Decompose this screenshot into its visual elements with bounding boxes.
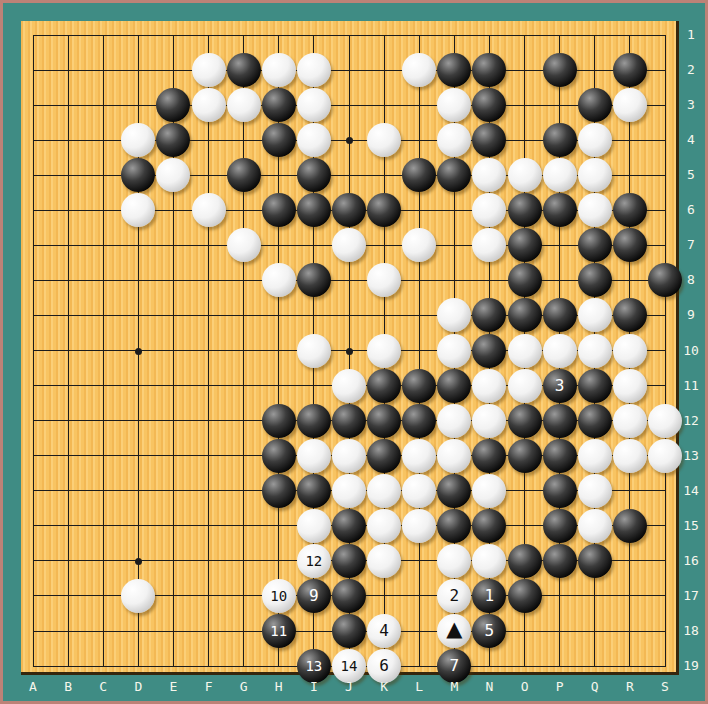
column-label-P: P [550, 679, 570, 694]
white-stone-K18: 4 [367, 614, 401, 648]
white-stone-H2 [262, 53, 296, 87]
white-stone-K15 [367, 509, 401, 543]
black-stone-O16 [508, 544, 542, 578]
black-stone-P12 [543, 404, 577, 438]
column-label-R: R [620, 679, 640, 694]
row-label-1: 1 [677, 27, 705, 42]
white-stone-O11 [508, 369, 542, 403]
white-stone-L15 [402, 509, 436, 543]
white-stone-H8 [262, 263, 296, 297]
white-stone-R13 [613, 439, 647, 473]
white-stone-I15 [297, 509, 331, 543]
black-stone-Q11 [578, 369, 612, 403]
black-stone-G2 [227, 53, 261, 87]
black-stone-R7 [613, 228, 647, 262]
move-number-label: 4 [379, 623, 389, 639]
white-stone-L14 [402, 474, 436, 508]
white-stone-I2 [297, 53, 331, 87]
black-stone-L12 [402, 404, 436, 438]
row-label-13: 13 [677, 448, 705, 463]
black-stone-O13 [508, 439, 542, 473]
column-label-S: S [655, 679, 675, 694]
white-stone-Q15 [578, 509, 612, 543]
row-label-12: 12 [677, 413, 705, 428]
white-stone-R11 [613, 369, 647, 403]
black-stone-M5 [437, 158, 471, 192]
white-stone-M16 [437, 544, 471, 578]
column-label-A: A [23, 679, 43, 694]
black-stone-R6 [613, 193, 647, 227]
white-stone-Q6 [578, 193, 612, 227]
column-label-I: I [304, 679, 324, 694]
white-stone-I4 [297, 123, 331, 157]
white-stone-J11 [332, 369, 366, 403]
row-label-19: 19 [677, 658, 705, 673]
move-number-label: 6 [379, 658, 389, 674]
white-stone-I3 [297, 88, 331, 122]
move-number-label: 14 [341, 659, 358, 673]
black-stone-K11 [367, 369, 401, 403]
board-frame: 31210921114▲5131467 ABCDEFGHIJKLMNOPQRS … [3, 3, 705, 701]
move-number-label: 11 [270, 624, 287, 638]
white-stone-K8 [367, 263, 401, 297]
white-stone-G3 [227, 88, 261, 122]
white-stone-L7 [402, 228, 436, 262]
row-label-5: 5 [677, 167, 705, 182]
white-stone-M4 [437, 123, 471, 157]
white-stone-M18: ▲ [437, 614, 471, 648]
black-stone-N10 [472, 334, 506, 368]
white-stone-R10 [613, 334, 647, 368]
black-stone-H18: 11 [262, 614, 296, 648]
column-label-B: B [58, 679, 78, 694]
black-stone-E3 [156, 88, 190, 122]
column-label-G: G [234, 679, 254, 694]
black-stone-N18: 5 [472, 614, 506, 648]
black-stone-I14 [297, 474, 331, 508]
black-stone-Q8 [578, 263, 612, 297]
black-stone-M15 [437, 509, 471, 543]
white-stone-L13 [402, 439, 436, 473]
black-stone-L5 [402, 158, 436, 192]
star-point [135, 558, 142, 565]
white-stone-N7 [472, 228, 506, 262]
black-stone-D5 [121, 158, 155, 192]
row-label-7: 7 [677, 237, 705, 252]
black-stone-I5 [297, 158, 331, 192]
black-stone-P15 [543, 509, 577, 543]
black-stone-N3 [472, 88, 506, 122]
white-stone-Q14 [578, 474, 612, 508]
black-stone-H6 [262, 193, 296, 227]
white-stone-I10 [297, 334, 331, 368]
black-stone-P16 [543, 544, 577, 578]
row-label-18: 18 [677, 623, 705, 638]
black-stone-H3 [262, 88, 296, 122]
column-label-K: K [374, 679, 394, 694]
white-stone-F3 [192, 88, 226, 122]
black-stone-E4 [156, 123, 190, 157]
window-outer-border: 31210921114▲5131467 ABCDEFGHIJKLMNOPQRS … [0, 0, 708, 704]
white-stone-K16 [367, 544, 401, 578]
white-stone-G7 [227, 228, 261, 262]
white-stone-P10 [543, 334, 577, 368]
black-stone-Q12 [578, 404, 612, 438]
grid-line-vertical [665, 35, 666, 667]
row-label-15: 15 [677, 518, 705, 533]
black-stone-K13 [367, 439, 401, 473]
black-stone-I6 [297, 193, 331, 227]
black-stone-R2 [613, 53, 647, 87]
white-stone-K10 [367, 334, 401, 368]
black-stone-O17 [508, 579, 542, 613]
white-stone-I13 [297, 439, 331, 473]
white-stone-L2 [402, 53, 436, 87]
black-stone-O12 [508, 404, 542, 438]
white-stone-N12 [472, 404, 506, 438]
star-point [135, 348, 142, 355]
black-stone-J16 [332, 544, 366, 578]
white-stone-H17: 10 [262, 579, 296, 613]
black-stone-Q7 [578, 228, 612, 262]
row-label-10: 10 [677, 343, 705, 358]
star-point [346, 348, 353, 355]
black-stone-J12 [332, 404, 366, 438]
white-stone-N6 [472, 193, 506, 227]
black-stone-P9 [543, 298, 577, 332]
row-label-16: 16 [677, 553, 705, 568]
column-label-J: J [339, 679, 359, 694]
white-stone-R3 [613, 88, 647, 122]
white-stone-J19: 14 [332, 649, 366, 683]
white-stone-F2 [192, 53, 226, 87]
white-stone-N16 [472, 544, 506, 578]
column-label-Q: Q [585, 679, 605, 694]
white-stone-D4 [121, 123, 155, 157]
black-stone-I17: 9 [297, 579, 331, 613]
black-stone-O8 [508, 263, 542, 297]
move-number-label: 7 [450, 658, 460, 674]
black-stone-P4 [543, 123, 577, 157]
move-number-label: 12 [305, 554, 322, 568]
black-stone-P6 [543, 193, 577, 227]
row-label-11: 11 [677, 378, 705, 393]
black-stone-N2 [472, 53, 506, 87]
black-stone-P14 [543, 474, 577, 508]
black-stone-O6 [508, 193, 542, 227]
row-label-3: 3 [677, 97, 705, 112]
column-label-L: L [409, 679, 429, 694]
black-stone-H4 [262, 123, 296, 157]
row-label-2: 2 [677, 62, 705, 77]
move-number-label: 9 [309, 588, 319, 604]
row-label-9: 9 [677, 307, 705, 322]
star-point [346, 137, 353, 144]
move-number-label: 3 [555, 378, 565, 394]
black-stone-P2 [543, 53, 577, 87]
black-stone-N17: 1 [472, 579, 506, 613]
black-stone-L11 [402, 369, 436, 403]
white-stone-M13 [437, 439, 471, 473]
black-stone-H14 [262, 474, 296, 508]
white-stone-J14 [332, 474, 366, 508]
column-label-D: D [128, 679, 148, 694]
column-label-O: O [515, 679, 535, 694]
go-board-window: 31210921114▲5131467 ABCDEFGHIJKLMNOPQRS … [0, 0, 708, 704]
black-stone-J6 [332, 193, 366, 227]
column-label-H: H [269, 679, 289, 694]
row-label-4: 4 [677, 132, 705, 147]
black-stone-P13 [543, 439, 577, 473]
black-stone-M11 [437, 369, 471, 403]
white-stone-Q5 [578, 158, 612, 192]
white-stone-N11 [472, 369, 506, 403]
white-stone-J7 [332, 228, 366, 262]
white-stone-I16: 12 [297, 544, 331, 578]
move-number-label: 10 [270, 589, 287, 603]
move-number-label: 5 [485, 623, 495, 639]
black-stone-J17 [332, 579, 366, 613]
white-stone-M12 [437, 404, 471, 438]
triangle-marker: ▲ [446, 619, 462, 640]
white-stone-D6 [121, 193, 155, 227]
white-stone-D17 [121, 579, 155, 613]
black-stone-I19: 13 [297, 649, 331, 683]
white-stone-R12 [613, 404, 647, 438]
column-label-C: C [93, 679, 113, 694]
black-stone-G5 [227, 158, 261, 192]
black-stone-N9 [472, 298, 506, 332]
black-stone-M19: 7 [437, 649, 471, 683]
row-label-8: 8 [677, 272, 705, 287]
white-stone-J13 [332, 439, 366, 473]
black-stone-N15 [472, 509, 506, 543]
black-stone-R9 [613, 298, 647, 332]
move-number-label: 13 [305, 659, 322, 673]
move-number-label: 2 [450, 588, 460, 604]
column-label-N: N [479, 679, 499, 694]
white-stone-K19: 6 [367, 649, 401, 683]
black-stone-K6 [367, 193, 401, 227]
black-stone-O7 [508, 228, 542, 262]
move-number-label: 1 [485, 588, 495, 604]
white-stone-O5 [508, 158, 542, 192]
black-stone-Q3 [578, 88, 612, 122]
white-stone-M3 [437, 88, 471, 122]
white-stone-F6 [192, 193, 226, 227]
black-stone-R15 [613, 509, 647, 543]
white-stone-Q10 [578, 334, 612, 368]
black-stone-I12 [297, 404, 331, 438]
white-stone-M9 [437, 298, 471, 332]
black-stone-M2 [437, 53, 471, 87]
white-stone-K14 [367, 474, 401, 508]
row-label-17: 17 [677, 588, 705, 603]
black-stone-Q16 [578, 544, 612, 578]
white-stone-N5 [472, 158, 506, 192]
column-label-M: M [444, 679, 464, 694]
black-stone-K12 [367, 404, 401, 438]
white-stone-N14 [472, 474, 506, 508]
grid-line-vertical [419, 35, 420, 667]
column-label-E: E [163, 679, 183, 694]
black-stone-I8 [297, 263, 331, 297]
black-stone-H12 [262, 404, 296, 438]
black-stone-H13 [262, 439, 296, 473]
column-label-F: F [199, 679, 219, 694]
black-stone-P11: 3 [543, 369, 577, 403]
white-stone-M17: 2 [437, 579, 471, 613]
white-stone-M10 [437, 334, 471, 368]
black-stone-N13 [472, 439, 506, 473]
white-stone-Q9 [578, 298, 612, 332]
white-stone-E5 [156, 158, 190, 192]
black-stone-J15 [332, 509, 366, 543]
white-stone-O10 [508, 334, 542, 368]
row-label-6: 6 [677, 202, 705, 217]
black-stone-O9 [508, 298, 542, 332]
white-stone-P5 [543, 158, 577, 192]
goban-wood[interactable]: 31210921114▲5131467 [21, 21, 679, 675]
row-label-14: 14 [677, 483, 705, 498]
black-stone-M14 [437, 474, 471, 508]
white-stone-Q4 [578, 123, 612, 157]
black-stone-J18 [332, 614, 366, 648]
black-stone-N4 [472, 123, 506, 157]
white-stone-K4 [367, 123, 401, 157]
white-stone-Q13 [578, 439, 612, 473]
